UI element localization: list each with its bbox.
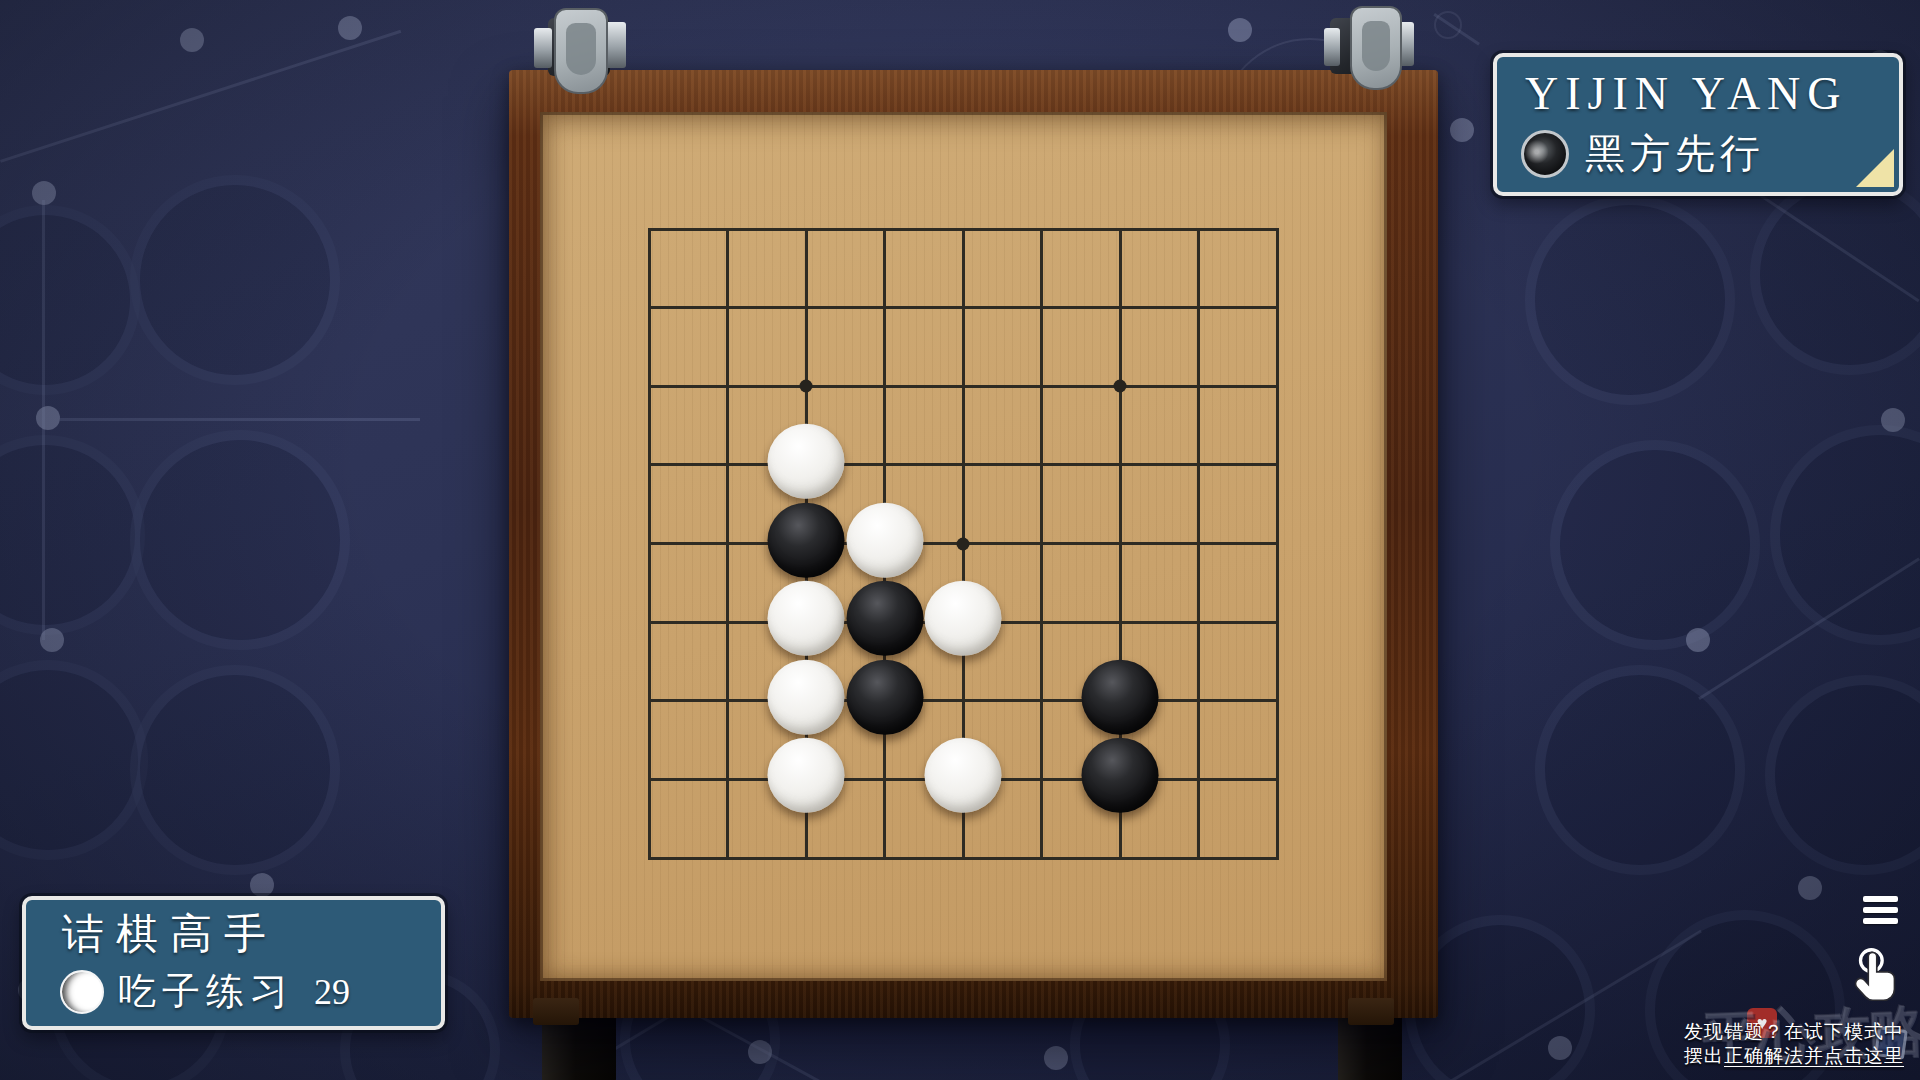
grid-line-horizontal [648,699,1279,702]
app-title: YIJIN YANG [1525,67,1899,120]
grid-line-vertical [1276,228,1279,860]
white-stone [768,738,845,813]
decor-dot [1450,118,1474,142]
feedback-link[interactable]: 正确解法并点击这里 [1724,1045,1904,1066]
decor-dot [40,628,64,652]
decor-ring [0,435,145,635]
white-stone [925,738,1002,813]
grid-line-horizontal [648,857,1279,860]
decor-line [0,30,401,163]
board-frame [509,70,1438,1018]
frame-bracket-right [1348,998,1394,1025]
board-surface[interactable] [540,112,1387,981]
decor-dot [1228,18,1252,42]
frame-bracket-left [533,998,579,1025]
puzzle-type-label: 吃子练习 [118,966,294,1017]
decor-dot [36,406,60,430]
menu-bar [1863,896,1898,902]
decor-ring [1750,175,1920,375]
star-point [957,537,970,550]
decor-line [1698,557,1920,700]
decor-line [60,418,420,421]
feedback-hint: 发现错题？在试下模式中 摆出正确解法并点击这里 [1684,1020,1904,1068]
decor-dot [338,16,362,40]
decor-ring [1550,440,1760,650]
black-stone [1082,660,1159,735]
decor-line [1433,13,1480,45]
decor-line [1450,930,1702,1080]
decor-ring [130,430,350,650]
decor-ring [130,665,340,875]
decor-dot [1044,1046,1068,1070]
board-clamp-left [528,5,638,97]
menu-bar [1863,918,1898,924]
clamp-pad-inner [1362,21,1390,71]
board-clamp-right [1322,3,1432,93]
decor-ring [0,660,148,860]
player-info-panel: YIJIN YANG 黑方先行 [1493,53,1903,196]
decor-dot [1548,1036,1572,1060]
clamp-tab [534,28,552,68]
white-stone-icon [60,970,104,1014]
black-stone [1082,738,1159,813]
go-board-grid[interactable] [649,229,1277,858]
grid-line-vertical [1197,228,1200,860]
decor-ring [1765,675,1920,875]
clamp-tab [1324,28,1340,66]
decor-dot [1881,408,1905,432]
turn-indicator-label: 黑方先行 [1585,126,1765,181]
white-stone [768,581,845,656]
hand-cursor-icon [1848,946,1906,1012]
black-stone [768,502,845,577]
decor-line [42,200,45,640]
feedback-hint-line1: 发现错题？在试下模式中 [1684,1020,1904,1044]
decor-dot [32,181,56,205]
decor-ring [130,175,340,385]
black-stone [846,660,923,735]
menu-bar [1863,907,1898,913]
decor-ring [1535,665,1745,875]
white-stone [925,581,1002,656]
puzzle-info-panel: 诘棋高手 吃子练习 29 [22,896,445,1030]
grid-line-vertical [1040,228,1043,860]
puzzle-category-title: 诘棋高手 [62,906,441,962]
white-stone [768,660,845,735]
puzzle-number: 29 [314,971,350,1013]
panel-corner-triangle [1856,149,1894,187]
feedback-hint-line2: 摆出正确解法并点击这里 [1684,1044,1904,1068]
white-stone [768,424,845,499]
decor-ring [0,205,140,395]
white-stone [846,502,923,577]
decor-ring [1770,425,1920,645]
game-screen: YIJIN YANG 黑方先行 诘棋高手 吃子练习 29 ♥ 平心攻略 发现错题… [0,0,1920,1080]
star-point [800,380,813,393]
star-point [1114,380,1127,393]
clamp-pad-inner [566,23,596,75]
black-stone [846,581,923,656]
decor-dot [748,1040,772,1064]
hamburger-menu-icon[interactable] [1863,896,1898,924]
decor-ring [1434,11,1462,39]
decor-dot [250,873,274,897]
decor-dot [1798,876,1822,900]
decor-dot [1686,628,1710,652]
decor-dot [180,28,204,52]
decor-ring [1525,195,1735,405]
black-stone-icon [1521,130,1569,178]
